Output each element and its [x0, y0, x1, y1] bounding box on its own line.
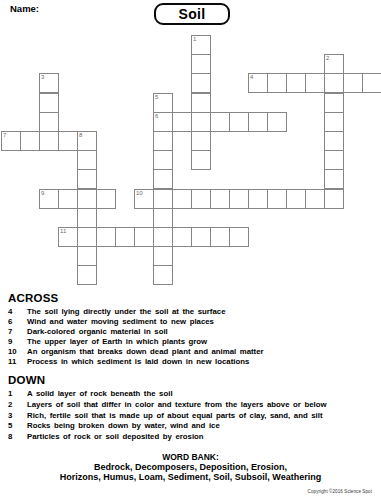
clue-text: Rich, fertile soil that is made up of ab… [27, 411, 323, 422]
crossword-cell[interactable] [324, 169, 344, 189]
clue-text: An organism that breaks down dead plant … [27, 347, 264, 357]
clue-row: 9The upper layer of Earth in which plant… [8, 337, 264, 347]
crossword-cell[interactable]: 5 [153, 93, 173, 113]
crossword-cell[interactable]: 10 [134, 189, 154, 209]
clue-row: 8Particles of rock or soil deposited by … [8, 432, 327, 443]
worksheet-page: Name: Soil 1234567891011 ACROSS 4The soi… [0, 0, 381, 500]
crossword-cell[interactable] [191, 189, 211, 209]
crossword-cell[interactable]: 6 [153, 112, 173, 132]
clue-text: A solid layer of rock beneath the soil [27, 389, 173, 400]
crossword-cell[interactable] [153, 189, 173, 209]
clue-row: 5Rocks being broken down by water, wind … [8, 421, 327, 432]
crossword-cell[interactable]: 7 [1, 131, 21, 151]
clue-row: 4The soil lying directly under the soil … [8, 307, 264, 317]
cell-number: 8 [79, 132, 82, 139]
clue-text: The soil lying directly under the soil a… [27, 307, 225, 317]
crossword-cell[interactable] [324, 189, 344, 209]
clue-row: 6Wind and water moving sediment to new p… [8, 317, 264, 327]
crossword-cell[interactable] [191, 73, 211, 93]
down-header: DOWN [8, 374, 327, 386]
crossword-cell[interactable] [305, 73, 325, 93]
crossword-cell[interactable] [39, 93, 59, 113]
clue-number: 6 [8, 317, 27, 327]
crossword-cell[interactable] [96, 227, 116, 247]
cell-number: 11 [60, 228, 66, 235]
crossword-cell[interactable] [172, 189, 192, 209]
crossword-cell[interactable] [267, 112, 287, 132]
crossword-cell[interactable] [324, 73, 344, 93]
crossword-cell[interactable] [39, 131, 59, 151]
crossword-cell[interactable] [229, 112, 249, 132]
word-bank-line: Horizons, Humus, Loam, Sediment, Soil, S… [0, 472, 381, 482]
crossword-cell[interactable] [77, 189, 97, 209]
crossword-cell[interactable] [153, 131, 173, 151]
copyright-text: Copyright ©2016 Science Spot [308, 489, 372, 494]
cell-number: 7 [3, 132, 6, 139]
across-section: ACROSS 4The soil lying directly under th… [8, 292, 264, 368]
crossword-cell[interactable] [324, 93, 344, 113]
crossword-cell[interactable] [153, 150, 173, 170]
crossword-cell[interactable] [58, 189, 78, 209]
crossword-cell[interactable] [77, 208, 97, 228]
clue-number: 2 [8, 400, 27, 411]
clue-number: 1 [8, 389, 27, 400]
crossword-cell[interactable] [191, 131, 211, 151]
title-box: Soil [154, 3, 230, 25]
clue-number: 5 [8, 421, 27, 432]
crossword-cell[interactable]: 2 [324, 54, 344, 74]
cell-number: 6 [155, 113, 158, 120]
down-section: DOWN 1A solid layer of rock beneath the … [8, 374, 327, 443]
crossword-cell[interactable]: 9 [39, 189, 59, 209]
clue-row: 3Rich, fertile soil that is made up of a… [8, 411, 327, 422]
clue-number: 3 [8, 411, 27, 422]
clue-text: Particles of rock or soil deposited by e… [27, 432, 204, 443]
clue-text: Rocks being broken down by water, wind a… [27, 421, 220, 432]
crossword-cell[interactable] [77, 265, 97, 285]
cell-number: 10 [136, 190, 143, 197]
crossword-cell[interactable] [210, 112, 230, 132]
crossword-cell[interactable] [58, 131, 78, 151]
crossword-cell[interactable] [77, 150, 97, 170]
cell-number: 5 [155, 94, 158, 101]
word-bank: WORD BANK: Bedrock, Decomposers, Deposit… [0, 452, 381, 482]
clue-number: 7 [8, 327, 27, 337]
clue-text: Wind and water moving sediment to new pl… [27, 317, 214, 327]
crossword-cell[interactable] [153, 227, 173, 247]
across-clue-list: 4The soil lying directly under the soil … [8, 307, 264, 368]
crossword-cell[interactable] [286, 73, 306, 93]
clue-row: 1A solid layer of rock beneath the soil [8, 389, 327, 400]
clue-row: 7Dark-colored organic material in soil [8, 327, 264, 337]
crossword-cell[interactable] [191, 112, 211, 132]
clue-number: 10 [8, 347, 27, 357]
name-label: Name: [10, 3, 39, 14]
word-bank-line: Bedrock, Decomposers, Deposition, Erosio… [0, 462, 381, 472]
crossword-cell[interactable] [324, 131, 344, 151]
clue-row: 11Process in which sediment is laid down… [8, 357, 264, 367]
cell-number: 3 [41, 74, 44, 81]
crossword-cell[interactable] [153, 208, 173, 228]
crossword-cell[interactable] [134, 227, 154, 247]
clue-text: Dark-colored organic material in soil [27, 327, 168, 337]
crossword-cell[interactable] [153, 246, 173, 266]
clue-row: 2Layers of soil that differ in color and… [8, 400, 327, 411]
crossword-cell[interactable]: 4 [248, 73, 268, 93]
crossword-cell[interactable]: 3 [39, 73, 59, 93]
word-bank-header: WORD BANK: [0, 452, 381, 462]
crossword-cell[interactable] [172, 112, 192, 132]
crossword-cell[interactable] [77, 246, 97, 266]
clue-number: 11 [8, 357, 27, 367]
crossword-cell[interactable] [248, 189, 268, 209]
crossword-cell[interactable] [153, 169, 173, 189]
crossword-cell[interactable] [172, 227, 192, 247]
crossword-cell[interactable] [324, 112, 344, 132]
crossword-cell[interactable] [229, 189, 249, 209]
clue-number: 8 [8, 432, 27, 443]
clue-text: Layers of soil that differ in color and … [27, 400, 327, 411]
crossword-cell[interactable] [305, 189, 325, 209]
crossword-cell[interactable] [229, 227, 249, 247]
crossword-cell[interactable] [20, 131, 40, 151]
crossword-cell[interactable] [324, 150, 344, 170]
crossword-cell[interactable] [286, 189, 306, 209]
crossword-cell[interactable]: 1 [191, 35, 211, 55]
crossword-cell[interactable] [39, 112, 59, 132]
crossword-cell[interactable] [96, 189, 116, 209]
crossword-cell[interactable] [210, 189, 230, 209]
clue-row: 10An organism that breaks down dead plan… [8, 347, 264, 357]
crossword-cell[interactable] [77, 169, 97, 189]
crossword-cell[interactable] [153, 265, 173, 285]
clue-number: 9 [8, 337, 27, 347]
crossword-cell[interactable] [343, 73, 363, 93]
crossword-cell[interactable] [267, 73, 287, 93]
crossword-cell[interactable] [210, 227, 230, 247]
crossword-cell[interactable] [248, 112, 268, 132]
crossword-cell[interactable] [267, 189, 287, 209]
crossword-cell[interactable] [191, 150, 211, 170]
crossword-board: 1234567891011 [1, 35, 381, 287]
cell-number: 9 [41, 190, 44, 197]
cell-number: 1 [193, 36, 196, 43]
clue-number: 4 [8, 307, 27, 317]
crossword-cell[interactable] [77, 227, 97, 247]
clue-text: Process in which sediment is laid down i… [27, 357, 249, 367]
crossword-cell[interactable] [191, 54, 211, 74]
down-clue-list: 1A solid layer of rock beneath the soil2… [8, 389, 327, 443]
crossword-cell[interactable] [191, 227, 211, 247]
crossword-cell[interactable]: 8 [77, 131, 97, 151]
page-title: Soil [179, 6, 206, 22]
crossword-cell[interactable] [191, 93, 211, 113]
cell-number: 2 [326, 55, 329, 62]
clue-text: The upper layer of Earth in which plants… [27, 337, 207, 347]
crossword-cell[interactable]: 11 [58, 227, 78, 247]
across-header: ACROSS [8, 292, 264, 304]
cell-number: 4 [250, 74, 253, 81]
crossword-cell[interactable] [115, 227, 135, 247]
crossword-cell[interactable] [362, 73, 381, 93]
